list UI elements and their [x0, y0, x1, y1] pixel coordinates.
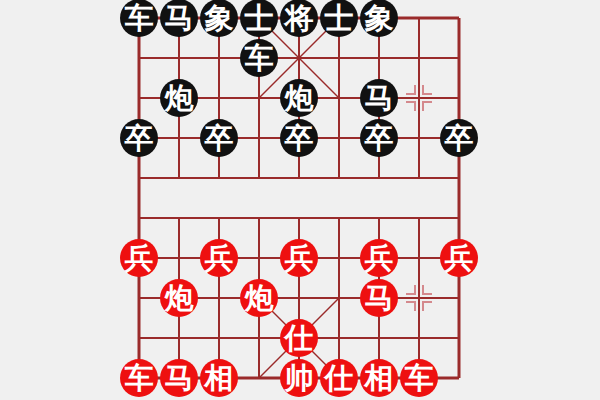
- piece-red-soldier[interactable]: 兵: [360, 239, 398, 277]
- piece-red-soldier[interactable]: 兵: [200, 239, 238, 277]
- piece-black-advisor[interactable]: 士: [320, 0, 358, 37]
- piece-black-cannon[interactable]: 炮: [160, 79, 198, 117]
- piece-red-soldier[interactable]: 兵: [440, 239, 478, 277]
- piece-red-soldier[interactable]: 兵: [280, 239, 318, 277]
- piece-red-cannon[interactable]: 炮: [160, 279, 198, 317]
- piece-red-elephant[interactable]: 相: [200, 359, 238, 397]
- piece-black-advisor[interactable]: 士: [240, 0, 278, 37]
- piece-black-soldier[interactable]: 卒: [440, 119, 478, 157]
- piece-black-rook[interactable]: 车: [120, 0, 158, 37]
- piece-red-advisor[interactable]: 仕: [280, 319, 318, 357]
- piece-black-elephant[interactable]: 象: [200, 0, 238, 37]
- piece-black-soldier[interactable]: 卒: [120, 119, 158, 157]
- piece-black-cannon[interactable]: 炮: [280, 79, 318, 117]
- piece-red-advisor[interactable]: 仕: [320, 359, 358, 397]
- xiangqi-board-screen: 车马象士将士象车炮炮马卒卒卒卒卒兵兵兵兵兵炮炮马仕车马相帅仕相车: [0, 0, 600, 400]
- piece-black-elephant[interactable]: 象: [360, 0, 398, 37]
- piece-black-general[interactable]: 将: [280, 0, 318, 37]
- piece-red-horse[interactable]: 马: [160, 359, 198, 397]
- piece-black-soldier[interactable]: 卒: [200, 119, 238, 157]
- piece-red-cannon[interactable]: 炮: [240, 279, 278, 317]
- piece-black-soldier[interactable]: 卒: [360, 119, 398, 157]
- piece-red-rook[interactable]: 车: [400, 359, 438, 397]
- xiangqi-board: 车马象士将士象车炮炮马卒卒卒卒卒兵兵兵兵兵炮炮马仕车马相帅仕相车: [119, 0, 479, 398]
- piece-black-soldier[interactable]: 卒: [280, 119, 318, 157]
- piece-red-general[interactable]: 帅: [280, 359, 318, 397]
- piece-red-elephant[interactable]: 相: [360, 359, 398, 397]
- piece-red-soldier[interactable]: 兵: [120, 239, 158, 277]
- piece-black-horse[interactable]: 马: [160, 0, 198, 37]
- piece-red-rook[interactable]: 车: [120, 359, 158, 397]
- piece-red-horse[interactable]: 马: [360, 279, 398, 317]
- piece-black-rook[interactable]: 车: [240, 39, 278, 77]
- piece-black-horse[interactable]: 马: [360, 79, 398, 117]
